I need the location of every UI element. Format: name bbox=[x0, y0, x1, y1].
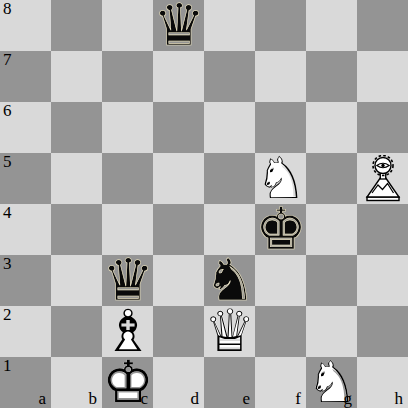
square-c7[interactable] bbox=[102, 51, 153, 102]
square-b3[interactable] bbox=[51, 255, 102, 306]
black-king-glyph: ♚ bbox=[255, 204, 306, 255]
rank-label-1: 1 bbox=[3, 357, 12, 375]
rank-label-6: 6 bbox=[3, 102, 12, 120]
square-b4[interactable] bbox=[51, 204, 102, 255]
rank-label-4: 4 bbox=[3, 204, 12, 222]
chess-board: ♛♞♘♚♛♞♝♗♛♕♚♔♞♘ bbox=[0, 0, 408, 408]
square-d3[interactable] bbox=[153, 255, 204, 306]
square-c6[interactable] bbox=[102, 102, 153, 153]
square-h8[interactable] bbox=[357, 0, 408, 51]
rank-label-3: 3 bbox=[3, 255, 12, 273]
square-d2[interactable] bbox=[153, 306, 204, 357]
square-d8[interactable]: ♛ bbox=[153, 0, 204, 51]
square-g3[interactable] bbox=[306, 255, 357, 306]
square-g7[interactable] bbox=[306, 51, 357, 102]
square-f3[interactable] bbox=[255, 255, 306, 306]
rank-label-8: 8 bbox=[3, 0, 12, 18]
square-c8[interactable] bbox=[102, 0, 153, 51]
square-h4[interactable] bbox=[357, 204, 408, 255]
rank-label-5: 5 bbox=[3, 153, 12, 171]
square-g4[interactable] bbox=[306, 204, 357, 255]
square-h5[interactable] bbox=[357, 153, 408, 204]
square-e6[interactable] bbox=[204, 102, 255, 153]
square-c5[interactable] bbox=[102, 153, 153, 204]
square-h7[interactable] bbox=[357, 51, 408, 102]
file-label-g: g bbox=[306, 390, 352, 408]
file-label-e: e bbox=[204, 390, 250, 408]
fairy-gold-sun-mountain-icon bbox=[360, 155, 406, 203]
black-queen-piece[interactable]: ♛ bbox=[153, 0, 204, 51]
square-f4[interactable]: ♚ bbox=[255, 204, 306, 255]
file-label-a: a bbox=[0, 390, 46, 408]
chess-board-area: ♛♞♘♚♛♞♝♗♛♕♚♔♞♘ 87654321abcdefgh bbox=[0, 0, 408, 408]
square-h3[interactable] bbox=[357, 255, 408, 306]
square-e5[interactable] bbox=[204, 153, 255, 204]
file-label-h: h bbox=[357, 390, 403, 408]
square-f7[interactable] bbox=[255, 51, 306, 102]
square-e7[interactable] bbox=[204, 51, 255, 102]
square-g8[interactable] bbox=[306, 0, 357, 51]
square-d7[interactable] bbox=[153, 51, 204, 102]
square-b7[interactable] bbox=[51, 51, 102, 102]
square-e8[interactable] bbox=[204, 0, 255, 51]
square-g6[interactable] bbox=[306, 102, 357, 153]
square-h2[interactable] bbox=[357, 306, 408, 357]
square-b5[interactable] bbox=[51, 153, 102, 204]
file-label-f: f bbox=[255, 390, 301, 408]
square-d5[interactable] bbox=[153, 153, 204, 204]
file-label-d: d bbox=[153, 390, 199, 408]
white-queen-piece[interactable]: ♛♕ bbox=[204, 306, 255, 357]
square-h6[interactable] bbox=[357, 102, 408, 153]
square-b8[interactable] bbox=[51, 0, 102, 51]
square-b6[interactable] bbox=[51, 102, 102, 153]
square-g5[interactable] bbox=[306, 153, 357, 204]
file-label-c: c bbox=[102, 390, 148, 408]
white-queen-outline: ♕ bbox=[204, 306, 255, 357]
square-d4[interactable] bbox=[153, 204, 204, 255]
rank-label-2: 2 bbox=[3, 306, 12, 324]
rank-label-7: 7 bbox=[3, 51, 12, 69]
square-d6[interactable] bbox=[153, 102, 204, 153]
file-label-b: b bbox=[51, 390, 97, 408]
square-f8[interactable] bbox=[255, 0, 306, 51]
white-gold-piece[interactable] bbox=[357, 153, 408, 204]
square-b2[interactable] bbox=[51, 306, 102, 357]
square-e2[interactable]: ♛♕ bbox=[204, 306, 255, 357]
square-f2[interactable] bbox=[255, 306, 306, 357]
black-king-piece[interactable]: ♚ bbox=[255, 204, 306, 255]
black-queen-glyph: ♛ bbox=[153, 0, 204, 51]
